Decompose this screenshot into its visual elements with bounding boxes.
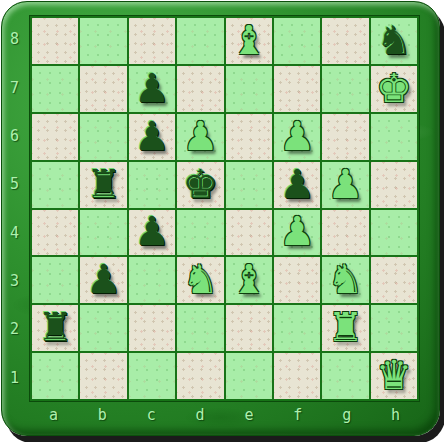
square-h4[interactable]	[371, 210, 417, 256]
square-h2[interactable]	[371, 305, 417, 351]
square-c5[interactable]	[129, 162, 175, 208]
square-f5[interactable]: ♟	[274, 162, 320, 208]
white-pawn-icon[interactable]: ♟	[182, 116, 218, 156]
square-b5[interactable]: ♜	[80, 162, 126, 208]
square-g5[interactable]: ♟	[322, 162, 368, 208]
square-c6[interactable]: ♟	[129, 114, 175, 160]
square-b8[interactable]	[80, 18, 126, 64]
rank-label-7: 7	[0, 63, 29, 111]
square-d4[interactable]	[177, 210, 223, 256]
square-h8[interactable]: ♞	[371, 18, 417, 64]
square-d5[interactable]: ♚	[177, 162, 223, 208]
square-b6[interactable]	[80, 114, 126, 160]
square-d1[interactable]	[177, 353, 223, 399]
rank-label-8: 8	[0, 15, 29, 63]
rank-label-4: 4	[0, 209, 29, 257]
white-pawn-icon[interactable]: ♟	[328, 164, 364, 204]
square-e2[interactable]	[226, 305, 272, 351]
file-label-g: g	[322, 402, 371, 428]
square-h5[interactable]	[371, 162, 417, 208]
white-queen-icon[interactable]: ♛	[376, 355, 412, 395]
square-d6[interactable]: ♟	[177, 114, 223, 160]
square-a3[interactable]	[32, 257, 78, 303]
white-bishop-icon[interactable]: ♝	[231, 20, 267, 60]
rank-label-5: 5	[0, 160, 29, 208]
white-pawn-icon[interactable]: ♟	[279, 116, 315, 156]
square-d3[interactable]: ♞	[177, 257, 223, 303]
square-b1[interactable]	[80, 353, 126, 399]
square-h3[interactable]	[371, 257, 417, 303]
white-bishop-icon[interactable]: ♝	[231, 259, 267, 299]
square-g8[interactable]	[322, 18, 368, 64]
square-d7[interactable]	[177, 66, 223, 112]
square-d2[interactable]	[177, 305, 223, 351]
square-a8[interactable]	[32, 18, 78, 64]
black-pawn-icon[interactable]: ♟	[86, 259, 122, 299]
square-g7[interactable]	[322, 66, 368, 112]
square-d8[interactable]	[177, 18, 223, 64]
file-label-f: f	[273, 402, 322, 428]
square-f8[interactable]	[274, 18, 320, 64]
square-e6[interactable]	[226, 114, 272, 160]
rank-labels: 87654321	[0, 15, 29, 402]
square-f7[interactable]	[274, 66, 320, 112]
square-a1[interactable]	[32, 353, 78, 399]
square-c4[interactable]: ♟	[129, 210, 175, 256]
white-king-icon[interactable]: ♚	[376, 68, 412, 108]
file-label-a: a	[29, 402, 78, 428]
chess-board[interactable]: ♝♞♟♚♟♟♟♜♚♟♟♟♟♟♞♝♞♜♜♛	[29, 15, 420, 402]
file-label-e: e	[225, 402, 274, 428]
square-g1[interactable]	[322, 353, 368, 399]
black-pawn-icon[interactable]: ♟	[134, 68, 170, 108]
square-h6[interactable]	[371, 114, 417, 160]
square-f6[interactable]: ♟	[274, 114, 320, 160]
file-label-b: b	[78, 402, 127, 428]
square-c3[interactable]	[129, 257, 175, 303]
square-e1[interactable]	[226, 353, 272, 399]
black-pawn-icon[interactable]: ♟	[134, 211, 170, 251]
file-label-c: c	[127, 402, 176, 428]
square-g3[interactable]: ♞	[322, 257, 368, 303]
black-pawn-icon[interactable]: ♟	[134, 116, 170, 156]
white-knight-icon[interactable]: ♞	[328, 259, 364, 299]
file-label-h: h	[371, 402, 420, 428]
square-e3[interactable]: ♝	[226, 257, 272, 303]
rank-label-6: 6	[0, 112, 29, 160]
square-c2[interactable]	[129, 305, 175, 351]
square-a4[interactable]	[32, 210, 78, 256]
file-label-d: d	[176, 402, 225, 428]
square-g2[interactable]: ♜	[322, 305, 368, 351]
rank-label-2: 2	[0, 305, 29, 353]
square-a6[interactable]	[32, 114, 78, 160]
square-b2[interactable]	[80, 305, 126, 351]
square-a7[interactable]	[32, 66, 78, 112]
square-h7[interactable]: ♚	[371, 66, 417, 112]
black-king-icon[interactable]: ♚	[182, 164, 218, 204]
square-a5[interactable]	[32, 162, 78, 208]
rank-label-1: 1	[0, 354, 29, 402]
square-e4[interactable]	[226, 210, 272, 256]
square-g4[interactable]	[322, 210, 368, 256]
square-h1[interactable]: ♛	[371, 353, 417, 399]
square-b3[interactable]: ♟	[80, 257, 126, 303]
black-knight-icon[interactable]: ♞	[376, 20, 412, 60]
white-rook-icon[interactable]: ♜	[328, 307, 364, 347]
square-b7[interactable]	[80, 66, 126, 112]
black-rook-icon[interactable]: ♜	[86, 164, 122, 204]
square-c8[interactable]	[129, 18, 175, 64]
square-g6[interactable]	[322, 114, 368, 160]
black-pawn-icon[interactable]: ♟	[279, 164, 315, 204]
square-f2[interactable]	[274, 305, 320, 351]
rank-label-3: 3	[0, 257, 29, 305]
white-pawn-icon[interactable]: ♟	[279, 211, 315, 251]
white-knight-icon[interactable]: ♞	[182, 259, 218, 299]
square-c1[interactable]	[129, 353, 175, 399]
square-f4[interactable]: ♟	[274, 210, 320, 256]
black-rook-icon[interactable]: ♜	[37, 307, 73, 347]
square-f3[interactable]	[274, 257, 320, 303]
square-e5[interactable]	[226, 162, 272, 208]
square-b4[interactable]	[80, 210, 126, 256]
square-e7[interactable]	[226, 66, 272, 112]
square-c7[interactable]: ♟	[129, 66, 175, 112]
square-f1[interactable]	[274, 353, 320, 399]
square-a2[interactable]: ♜	[32, 305, 78, 351]
square-e8[interactable]: ♝	[226, 18, 272, 64]
file-labels: abcdefgh	[29, 402, 420, 428]
